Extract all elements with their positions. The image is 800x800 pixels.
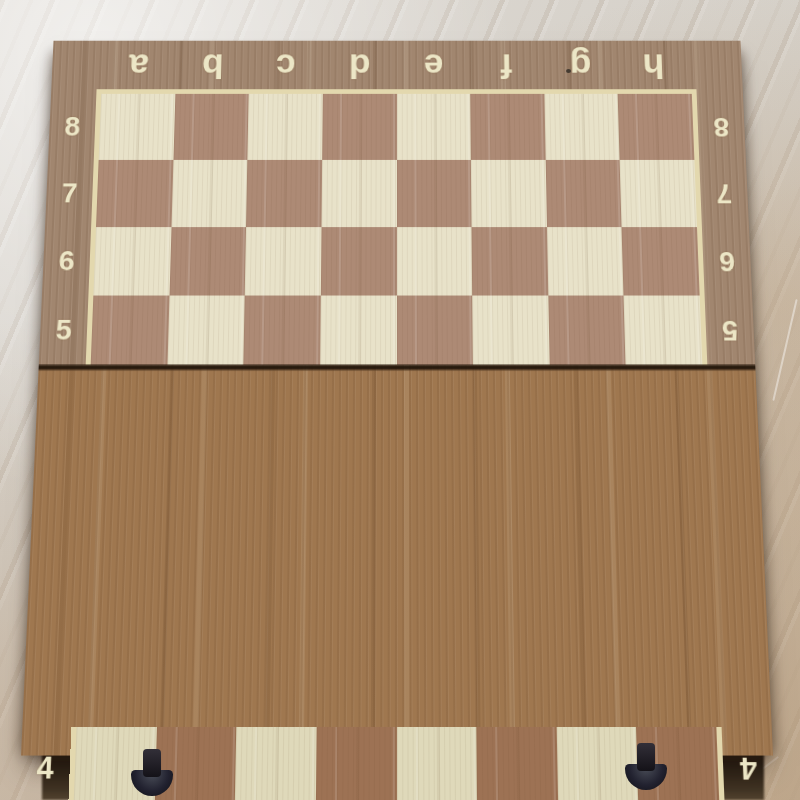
file-label-top-c: c bbox=[276, 46, 296, 84]
wood-speck bbox=[566, 69, 571, 73]
rank-label-right-6: 6 bbox=[719, 245, 736, 277]
chessboard: abcdefgh 8765 8765 4321 4321 abcdefgh bbox=[21, 41, 773, 756]
rank-labels-right-bottom: 4321 bbox=[723, 727, 787, 800]
file-label-top-f: f bbox=[501, 46, 513, 84]
square-a5[interactable] bbox=[91, 296, 169, 366]
file-label-top-e: e bbox=[423, 46, 443, 84]
square-a6[interactable] bbox=[93, 227, 171, 295]
rank-label-left-5: 5 bbox=[55, 314, 72, 346]
rank-label-left-8: 8 bbox=[64, 111, 81, 142]
rank-label-right-5: 5 bbox=[722, 314, 739, 346]
square-b5[interactable] bbox=[167, 296, 245, 366]
file-label-top-b: b bbox=[201, 46, 224, 84]
latch-stem bbox=[143, 749, 161, 777]
file-labels-top: abcdefgh bbox=[97, 41, 697, 90]
square-g5[interactable] bbox=[548, 296, 626, 366]
square-h6[interactable] bbox=[622, 227, 700, 295]
rank-labels-right-top: 8765 bbox=[698, 94, 756, 365]
square-b7[interactable] bbox=[171, 160, 247, 227]
left-latch bbox=[139, 749, 165, 797]
right-latch bbox=[633, 743, 659, 791]
square-d5[interactable] bbox=[320, 296, 396, 366]
square-h8[interactable] bbox=[618, 94, 694, 160]
square-b6[interactable] bbox=[169, 227, 246, 295]
square-c6[interactable] bbox=[245, 227, 321, 295]
square-b8[interactable] bbox=[173, 94, 249, 160]
square-c8[interactable] bbox=[248, 94, 323, 160]
latch-stem bbox=[637, 743, 655, 771]
square-d6[interactable] bbox=[321, 227, 397, 295]
square-e6[interactable] bbox=[397, 227, 473, 295]
photo-scene: abcdefgh 8765 8765 4321 4321 abcdefgh bbox=[0, 0, 800, 800]
file-label-top-d: d bbox=[349, 46, 371, 84]
square-e4[interactable] bbox=[396, 727, 477, 800]
square-e7[interactable] bbox=[397, 160, 472, 227]
square-a7[interactable] bbox=[96, 160, 173, 227]
rank-label-left-6: 6 bbox=[58, 245, 75, 277]
square-c7[interactable] bbox=[246, 160, 322, 227]
fold-seam bbox=[38, 364, 755, 371]
square-f8[interactable] bbox=[470, 94, 545, 160]
rank-label-right-7: 7 bbox=[716, 178, 733, 209]
square-d8[interactable] bbox=[322, 94, 396, 160]
board-bottom-half: 4321 4321 abcdefgh bbox=[21, 367, 773, 755]
square-e5[interactable] bbox=[397, 296, 473, 366]
square-g6[interactable] bbox=[547, 227, 624, 295]
rank-label-right-8: 8 bbox=[713, 111, 730, 142]
square-f5[interactable] bbox=[472, 296, 549, 366]
square-f4[interactable] bbox=[476, 727, 558, 800]
square-g7[interactable] bbox=[545, 160, 621, 227]
playing-area-top bbox=[86, 89, 708, 365]
square-f6[interactable] bbox=[472, 227, 548, 295]
square-a8[interactable] bbox=[99, 94, 175, 160]
square-h7[interactable] bbox=[620, 160, 697, 227]
square-e8[interactable] bbox=[397, 94, 471, 160]
floor-scratch bbox=[772, 299, 797, 401]
rank-label-left-4: 4 bbox=[36, 750, 54, 786]
rank-label-right-4: 4 bbox=[740, 750, 758, 786]
square-d4[interactable] bbox=[316, 727, 397, 800]
square-d7[interactable] bbox=[321, 160, 396, 227]
file-label-top-h: h bbox=[642, 46, 665, 84]
square-c5[interactable] bbox=[244, 296, 321, 366]
square-g8[interactable] bbox=[544, 94, 620, 160]
file-label-top-g: g bbox=[569, 46, 592, 84]
rank-labels-left-bottom: 4321 bbox=[7, 727, 71, 800]
board-top-half: abcdefgh 8765 8765 bbox=[39, 41, 756, 367]
square-f7[interactable] bbox=[471, 160, 547, 227]
file-label-top-a: a bbox=[129, 46, 150, 84]
square-h5[interactable] bbox=[624, 296, 702, 366]
square-c4[interactable] bbox=[235, 727, 317, 800]
rank-label-left-7: 7 bbox=[61, 178, 78, 209]
